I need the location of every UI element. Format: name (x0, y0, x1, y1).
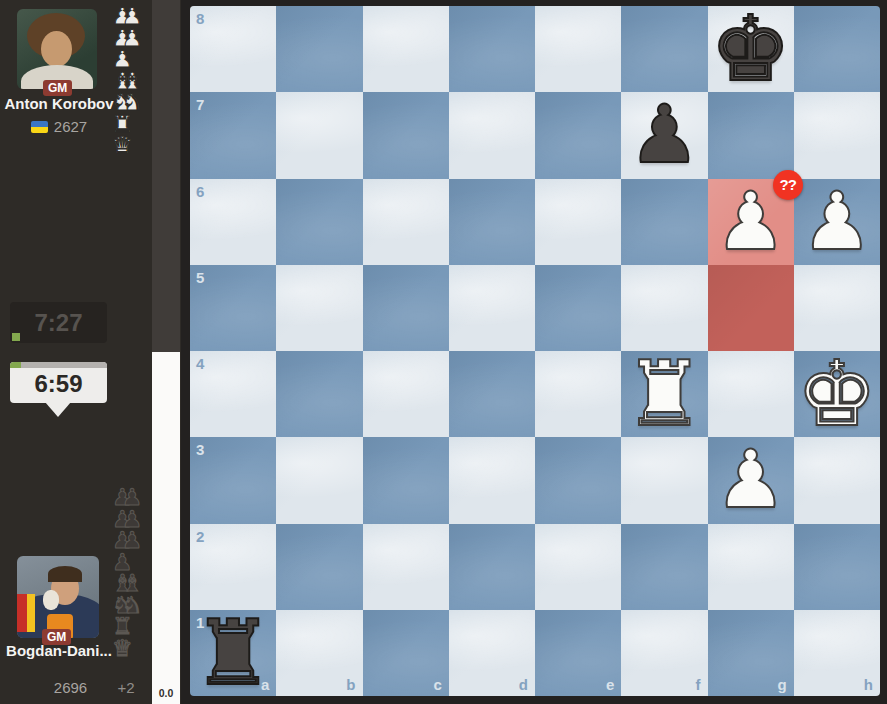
evaluation-white-portion (152, 352, 180, 704)
black-rook[interactable]: ♜ (190, 610, 276, 696)
square-e8[interactable] (535, 6, 621, 92)
square-h6[interactable]: ♟ (794, 179, 880, 265)
clock-time-indicator (12, 333, 20, 341)
file-label-c: c (433, 677, 441, 692)
square-f5[interactable] (621, 265, 707, 351)
square-d3[interactable] (449, 437, 535, 523)
square-h7[interactable] (794, 92, 880, 178)
square-g2[interactable] (708, 524, 794, 610)
square-e1[interactable]: e (535, 610, 621, 696)
square-h2[interactable] (794, 524, 880, 610)
rank-label-8: 8 (196, 11, 204, 26)
top-player-rating: 2627 (54, 118, 87, 135)
evaluation-bar: 0.0 (152, 0, 180, 704)
square-g7[interactable] (708, 92, 794, 178)
romania-flag-icon (31, 682, 48, 694)
evaluation-score: 0.0 (152, 687, 180, 699)
board-frame: 8♚7♟6♟♟54♜♚3♟21a♜bcdefgh?? (181, 0, 887, 704)
rank-label-2: 2 (196, 529, 204, 544)
white-pawn[interactable]: ♟ (708, 437, 794, 523)
gm-badge-bottom: GM (42, 629, 71, 645)
black-king[interactable]: ♚ (708, 6, 794, 92)
square-h3[interactable] (794, 437, 880, 523)
gm-badge-top: GM (43, 80, 72, 96)
avatar-art (17, 594, 27, 632)
square-c3[interactable] (363, 437, 449, 523)
square-a8[interactable]: 8 (190, 6, 276, 92)
captured-white-queen-icon: ♛ (112, 135, 133, 156)
square-a3[interactable]: 3 (190, 437, 276, 523)
white-rook[interactable]: ♜ (621, 351, 707, 437)
square-f8[interactable] (621, 6, 707, 92)
top-player-name[interactable]: Anton Korobov (0, 95, 118, 112)
square-e2[interactable] (535, 524, 621, 610)
clock-top-player: 7:27 (10, 302, 107, 343)
rank-label-3: 3 (196, 442, 204, 457)
file-label-e: e (606, 677, 614, 692)
square-d8[interactable] (449, 6, 535, 92)
avatar-bottom-player[interactable] (17, 556, 99, 638)
captured-pieces-top: ♟♟♟♟♟♝♝♞♞♜♛ (112, 6, 146, 157)
file-label-g: g (778, 677, 787, 692)
square-b5[interactable] (276, 265, 362, 351)
square-h1[interactable]: h (794, 610, 880, 696)
square-f1[interactable]: f (621, 610, 707, 696)
clock-bottom-time: 6:59 (34, 370, 82, 398)
square-f6[interactable] (621, 179, 707, 265)
square-f2[interactable] (621, 524, 707, 610)
square-g3[interactable]: ♟ (708, 437, 794, 523)
square-d5[interactable] (449, 265, 535, 351)
square-d6[interactable] (449, 179, 535, 265)
square-a2[interactable]: 2 (190, 524, 276, 610)
square-f3[interactable] (621, 437, 707, 523)
material-advantage: +2 (110, 679, 142, 696)
rank-label-5: 5 (196, 270, 204, 285)
clock-top-time: 7:27 (34, 309, 82, 337)
square-e6[interactable] (535, 179, 621, 265)
top-player-rating-row: 2627 (0, 118, 118, 135)
square-c1[interactable]: c (363, 610, 449, 696)
white-king[interactable]: ♚ (794, 351, 880, 437)
active-clock-pointer (45, 402, 71, 417)
rank-label-7: 7 (196, 97, 204, 112)
square-b7[interactable] (276, 92, 362, 178)
square-b8[interactable] (276, 6, 362, 92)
square-a4[interactable]: 4 (190, 351, 276, 437)
rank-label-4: 4 (196, 356, 204, 371)
chess-app: 8♚7♟6♟♟54♜♚3♟21a♜bcdefgh?? 0.0 GM Anton … (0, 0, 887, 704)
avatar-top-player[interactable] (17, 9, 97, 89)
file-label-f: f (696, 677, 701, 692)
square-g1[interactable]: g (708, 610, 794, 696)
square-a6[interactable]: 6 (190, 179, 276, 265)
blunder-badge: ?? (773, 170, 803, 200)
bottom-player-rating: 2696 (54, 679, 87, 696)
square-e3[interactable] (535, 437, 621, 523)
square-c2[interactable] (363, 524, 449, 610)
square-h5[interactable] (794, 265, 880, 351)
square-b1[interactable]: b (276, 610, 362, 696)
square-c5[interactable] (363, 265, 449, 351)
square-a7[interactable]: 7 (190, 92, 276, 178)
ukraine-flag-icon (31, 121, 48, 133)
square-d7[interactable] (449, 92, 535, 178)
clock-progress-fill (10, 362, 21, 368)
square-b3[interactable] (276, 437, 362, 523)
rank-label-6: 6 (196, 184, 204, 199)
white-pawn[interactable]: ♟ (794, 179, 880, 265)
square-e4[interactable] (535, 351, 621, 437)
square-f7[interactable]: ♟ (621, 92, 707, 178)
bottom-player-rating-row: 2696 (0, 679, 118, 696)
square-g4[interactable] (708, 351, 794, 437)
clock-progress-track (10, 362, 107, 368)
captured-pieces-bottom: ♟♟♟♟♟♟♟♝♝♞♞♜♛ (112, 487, 146, 659)
square-h8[interactable] (794, 6, 880, 92)
square-d1[interactable]: d (449, 610, 535, 696)
black-pawn[interactable]: ♟ (621, 92, 707, 178)
avatar-art (43, 590, 59, 610)
square-c4[interactable] (363, 351, 449, 437)
file-label-b: b (346, 677, 355, 692)
avatar-art (41, 31, 72, 67)
square-d4[interactable] (449, 351, 535, 437)
avatar-art (48, 566, 82, 582)
square-a1[interactable]: 1a♜ (190, 610, 276, 696)
avatar-art (27, 594, 35, 632)
file-label-h: h (864, 677, 873, 692)
square-c6[interactable] (363, 179, 449, 265)
square-d2[interactable] (449, 524, 535, 610)
square-b6[interactable] (276, 179, 362, 265)
square-c7[interactable] (363, 92, 449, 178)
square-g8[interactable]: ♚ (708, 6, 794, 92)
board: 8♚7♟6♟♟54♜♚3♟21a♜bcdefgh?? (190, 6, 880, 696)
clock-bottom-player: 6:59 (10, 362, 107, 403)
square-g5[interactable] (708, 265, 794, 351)
square-b2[interactable] (276, 524, 362, 610)
square-e5[interactable] (535, 265, 621, 351)
square-e7[interactable] (535, 92, 621, 178)
square-f4[interactable]: ♜ (621, 351, 707, 437)
square-h4[interactable]: ♚ (794, 351, 880, 437)
square-a5[interactable]: 5 (190, 265, 276, 351)
square-c8[interactable] (363, 6, 449, 92)
square-b4[interactable] (276, 351, 362, 437)
file-label-d: d (519, 677, 528, 692)
